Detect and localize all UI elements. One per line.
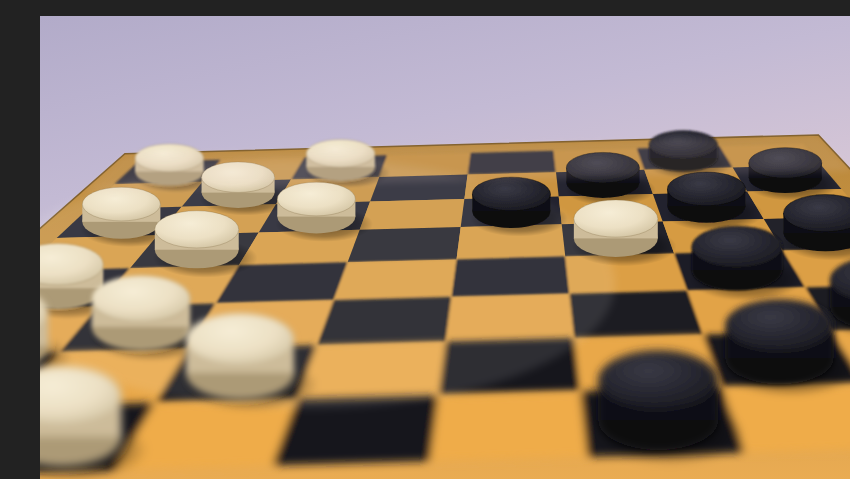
board-scene-svg: [40, 16, 850, 479]
piece-top-face: [82, 187, 160, 221]
square-e8[interactable]: [430, 392, 588, 461]
piece-top-face: [92, 276, 191, 322]
piece-top-face: [692, 226, 783, 267]
piece-black-h4[interactable]: [781, 195, 850, 261]
piece-top-face: [598, 351, 718, 410]
piece-top-face: [186, 313, 294, 365]
piece-top-face: [277, 182, 355, 216]
checkers-board-photo: [40, 16, 850, 479]
piece-top-face: [667, 172, 745, 206]
piece-top-face: [574, 200, 658, 237]
piece-top-face: [725, 299, 833, 351]
piece-top-face: [155, 211, 239, 248]
piece-top-face: [472, 177, 550, 211]
